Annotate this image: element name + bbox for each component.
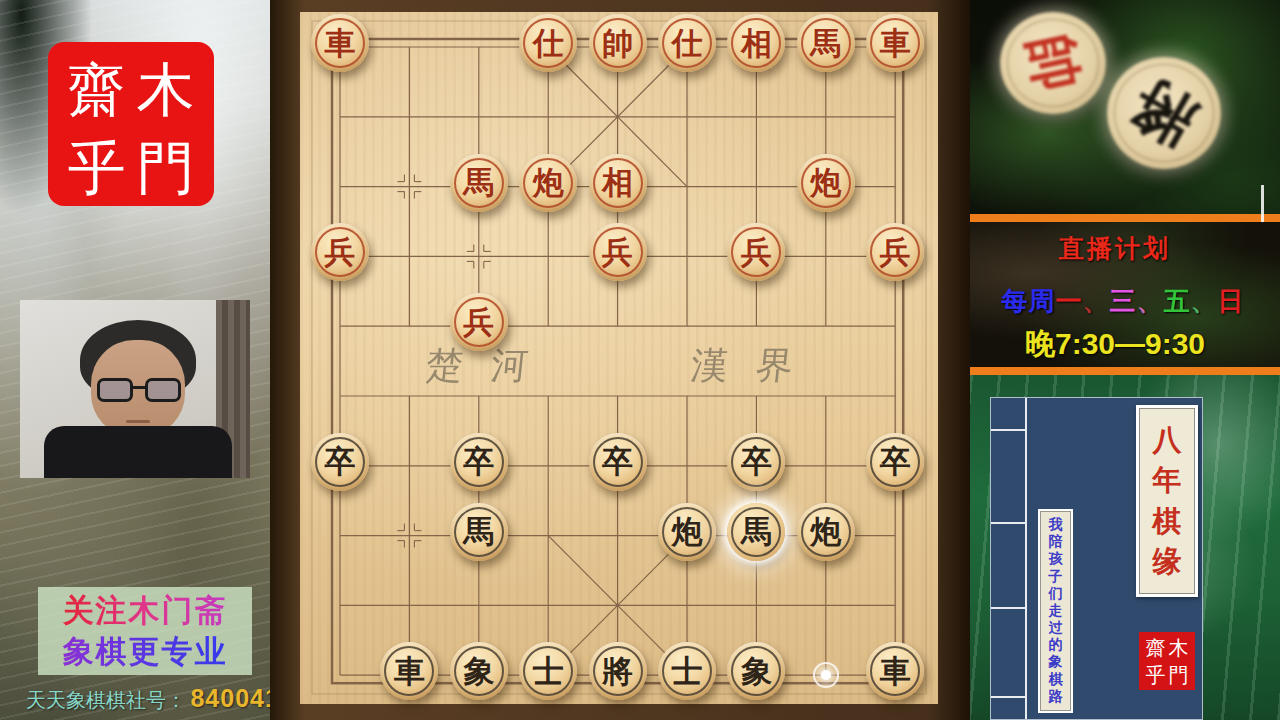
piece-相-red[interactable]: 相 xyxy=(589,154,647,212)
promo-line-2: 象棋更专业 xyxy=(38,631,252,672)
moss-background: 帥 將 xyxy=(970,0,1280,222)
book-title: 八年棋缘 xyxy=(1136,405,1198,597)
left-waterfall-panel: 齋木乎門 关注木门斋 象棋更专业 天天象棋棋社号： 840041 xyxy=(0,0,270,720)
piece-士-black[interactable]: 士 xyxy=(519,642,577,700)
piece-炮-black[interactable]: 炮 xyxy=(797,503,855,561)
piece-卒-black[interactable]: 卒 xyxy=(727,433,785,491)
piece-兵-red[interactable]: 兵 xyxy=(450,293,508,351)
schedule-title: 直播计划 xyxy=(970,232,1260,265)
piece-馬-black[interactable]: 馬 xyxy=(450,503,508,561)
piece-炮-red[interactable]: 炮 xyxy=(519,154,577,212)
piece-車-red[interactable]: 車 xyxy=(866,14,924,72)
schedule-time: 晚7:30—9:30 xyxy=(970,324,1260,365)
decor-piece-red: 帥 xyxy=(1000,12,1106,114)
piece-馬-red[interactable]: 馬 xyxy=(450,154,508,212)
piece-仕-red[interactable]: 仕 xyxy=(519,14,577,72)
promo-banner: 关注木门斋 象棋更专业 xyxy=(38,587,252,675)
promo-line-1: 关注木门斋 xyxy=(38,590,252,631)
piece-馬-red[interactable]: 馬 xyxy=(797,14,855,72)
decor-piece-black: 將 xyxy=(1107,57,1221,169)
piece-馬-black[interactable]: 馬 xyxy=(727,503,785,561)
streamer-mouth xyxy=(126,420,150,423)
piece-卒-black[interactable]: 卒 xyxy=(866,433,924,491)
book-binding xyxy=(991,398,1027,719)
piece-士-black[interactable]: 士 xyxy=(658,642,716,700)
book-subtitle: 我陪孩子们走过的象棋路 xyxy=(1038,509,1073,713)
stream-screenshot: 齋木乎門 关注木门斋 象棋更专业 天天象棋棋社号： 840041 楚河 xyxy=(0,0,1280,720)
river-label-left: 楚河 xyxy=(423,341,558,391)
piece-將-black[interactable]: 將 xyxy=(589,642,647,700)
piece-象-black[interactable]: 象 xyxy=(450,642,508,700)
river-label-right: 漢界 xyxy=(688,341,823,391)
channel-seal-logo: 齋木乎門 xyxy=(48,42,214,206)
webcam-feed xyxy=(20,300,250,478)
club-id-label: 天天象棋棋社号： xyxy=(26,689,186,711)
piece-兵-red[interactable]: 兵 xyxy=(311,223,369,281)
streamer-body xyxy=(44,426,232,478)
piece-相-red[interactable]: 相 xyxy=(727,14,785,72)
right-info-panel: 帥 將 直播计划 每周一、三、五、日 晚7:30—9:30 八年棋缘 我陪孩子们… xyxy=(970,0,1280,720)
book-cover: 八年棋缘 我陪孩子们走过的象棋路 齋木乎門 xyxy=(990,397,1203,720)
piece-車-red[interactable]: 車 xyxy=(311,14,369,72)
divider-bar-bottom xyxy=(970,367,1280,375)
divider-bar-top xyxy=(970,214,1280,222)
last-move-origin-marker xyxy=(813,662,839,688)
piece-仕-red[interactable]: 仕 xyxy=(658,14,716,72)
club-id-value: 840041 xyxy=(190,684,270,712)
piece-炮-black[interactable]: 炮 xyxy=(658,503,716,561)
piece-卒-black[interactable]: 卒 xyxy=(450,433,508,491)
piece-卒-black[interactable]: 卒 xyxy=(311,433,369,491)
piece-車-black[interactable]: 車 xyxy=(866,642,924,700)
schedule-panel: 直播计划 每周一、三、五、日 晚7:30—9:30 xyxy=(970,222,1280,367)
piece-帥-red[interactable]: 帥 xyxy=(589,14,647,72)
piece-炮-red[interactable]: 炮 xyxy=(797,154,855,212)
book-seal: 齋木乎門 xyxy=(1139,632,1195,690)
piece-卒-black[interactable]: 卒 xyxy=(589,433,647,491)
xiangqi-board-panel: 楚河 漢界 車仕帥仕相馬車馬炮相炮兵兵兵兵兵卒卒卒卒卒馬炮馬炮車象士將士象車 xyxy=(270,0,970,720)
board-wood xyxy=(300,12,938,704)
piece-兵-red[interactable]: 兵 xyxy=(589,223,647,281)
club-id-line: 天天象棋棋社号： 840041 xyxy=(26,684,270,714)
scrollbar-tick xyxy=(1261,185,1264,222)
schedule-days: 每周一、三、五、日 xyxy=(970,284,1276,319)
streamer-glasses xyxy=(97,378,181,404)
board-grid xyxy=(300,12,938,704)
